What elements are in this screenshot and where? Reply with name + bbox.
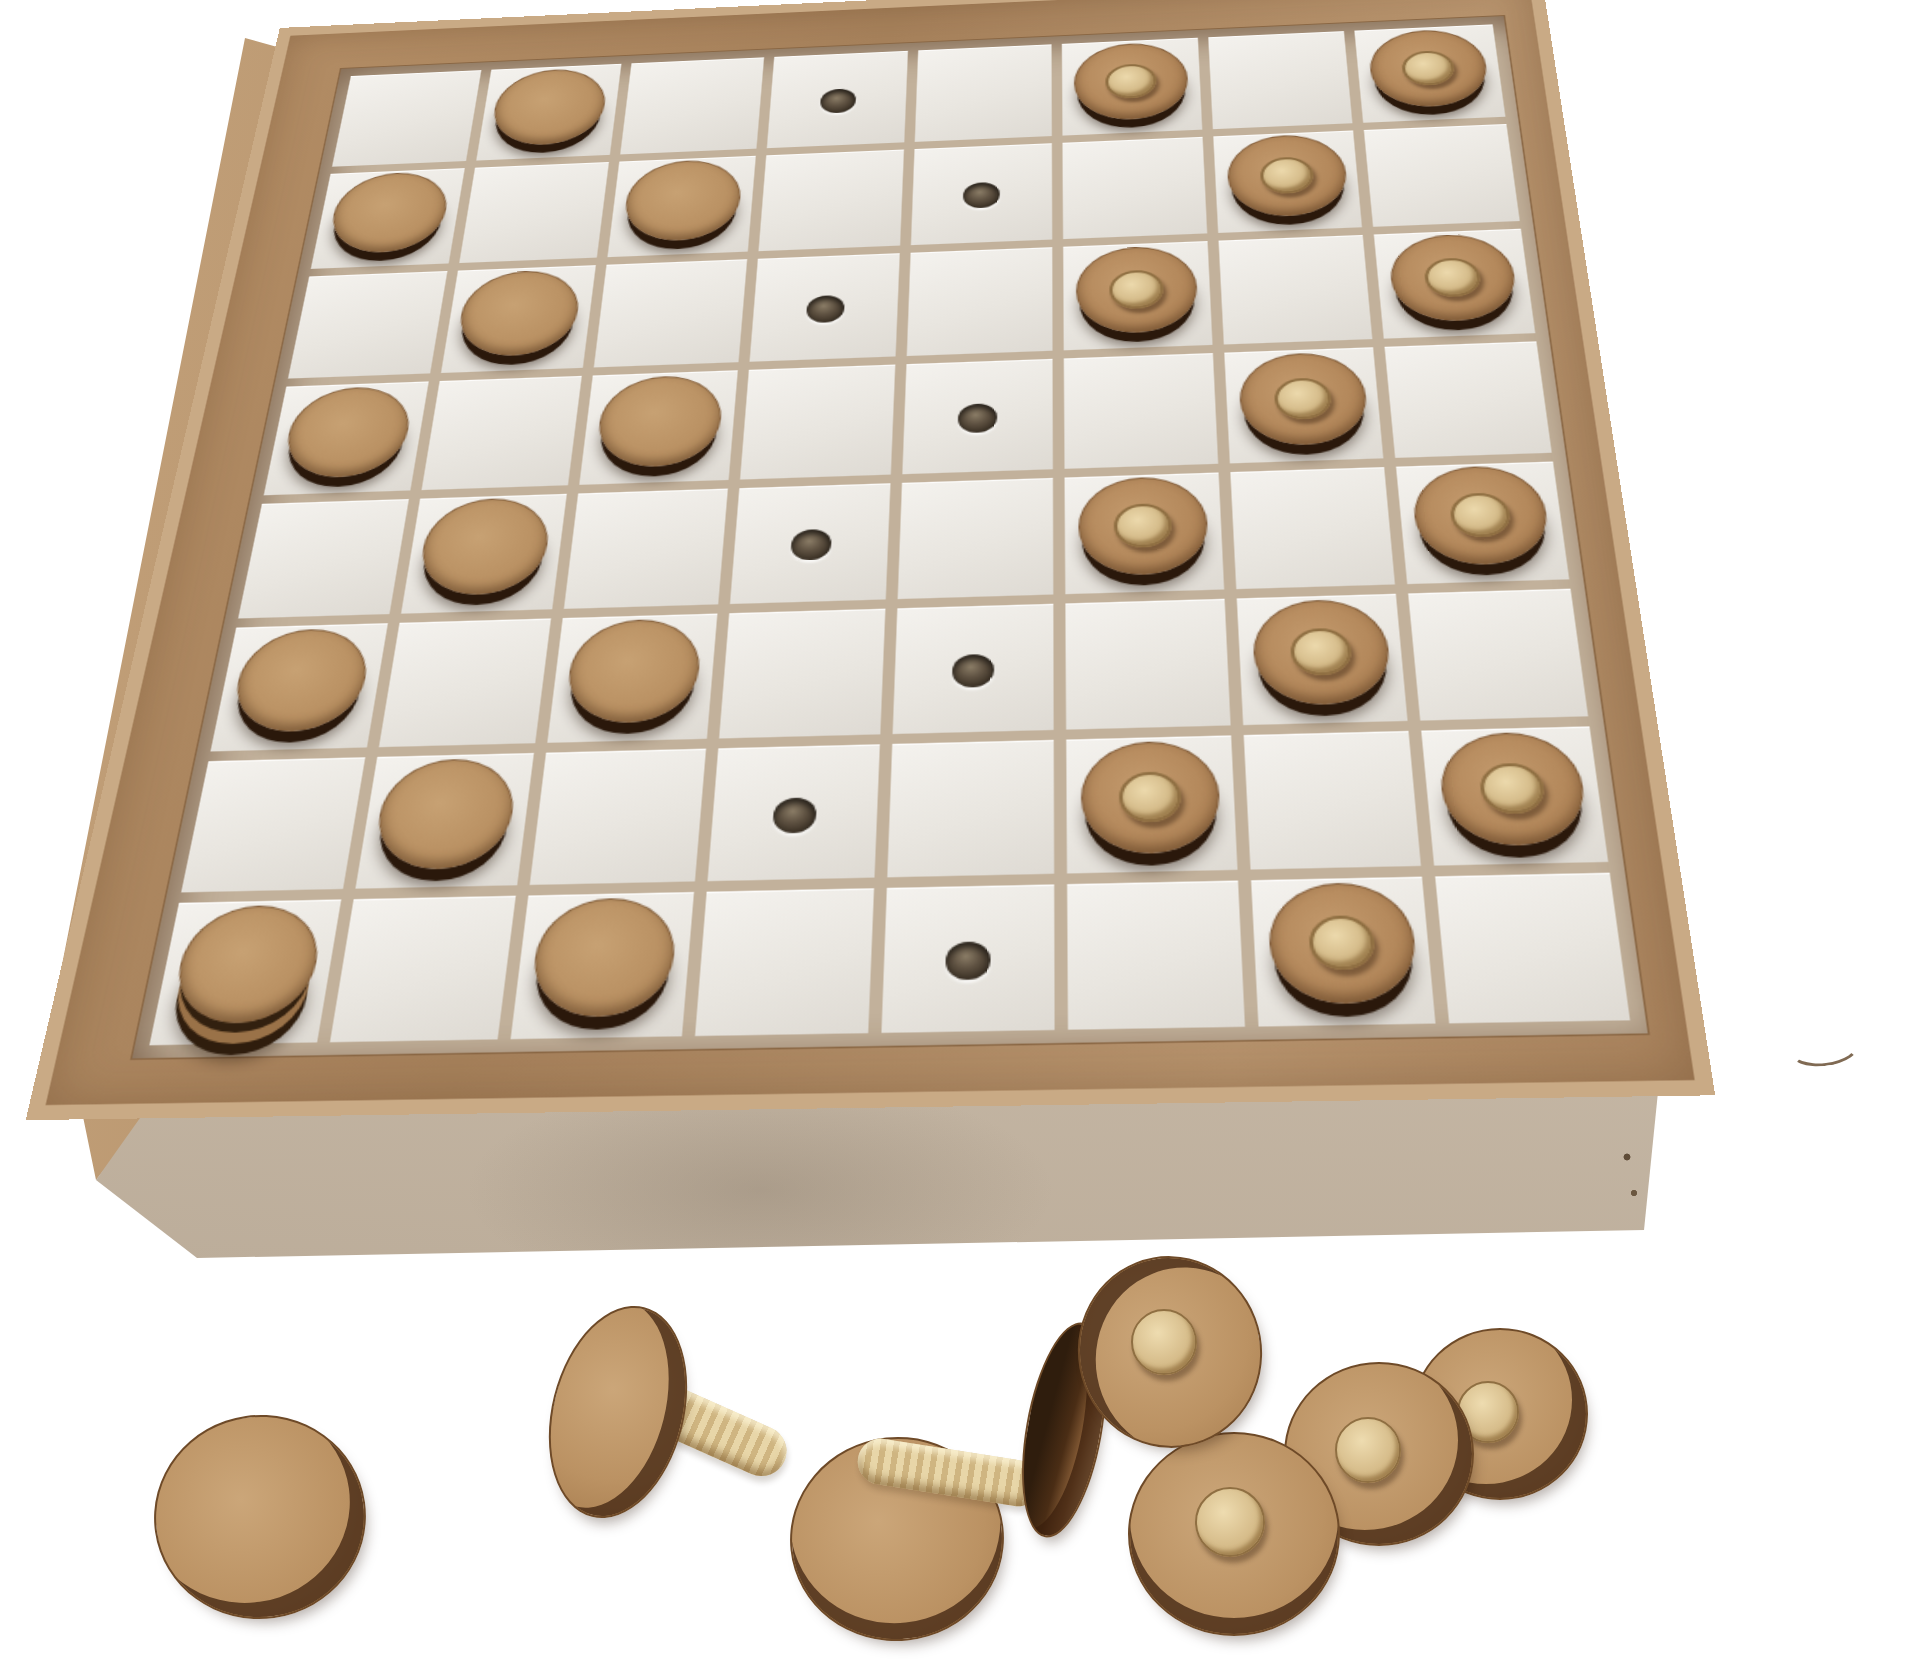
peg-top-icon <box>1131 1309 1197 1375</box>
photo-scene <box>0 0 1919 1665</box>
loose-pegged-piece-upright[interactable] <box>0 0 1919 1665</box>
